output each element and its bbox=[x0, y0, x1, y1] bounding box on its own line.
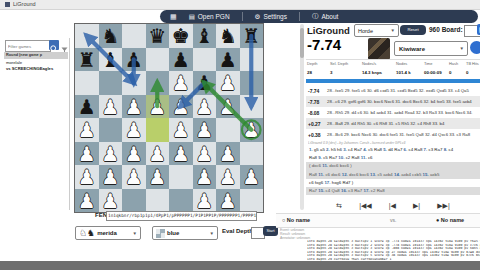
white-pawn[interactable]: ♟ bbox=[122, 142, 146, 166]
white-pawn[interactable]: ♟ bbox=[216, 165, 240, 189]
white-pawn[interactable]: ♟ bbox=[146, 95, 170, 119]
chess-board[interactable]: ♞♛♚♝♞♜♜♝♟♟♟♟♟♟♟♟♟♟♟♟♟♟♟♟♟♟♟♟♟♟♟♟♟♟♟♟♟♟♟♟… bbox=[74, 23, 264, 213]
pv-moves: 28...c6 29. gxf6 gxf6 30. bxc6 Nxc6 31. … bbox=[327, 99, 472, 104]
chevron-down-icon: ▼ bbox=[391, 28, 395, 33]
search-button[interactable] bbox=[49, 40, 59, 50]
stat-value: 00:00:09 bbox=[424, 70, 442, 75]
stat-header: Sel. Depth bbox=[330, 61, 348, 66]
board-square[interactable] bbox=[75, 24, 99, 48]
engine-avatar bbox=[368, 38, 390, 60]
settings-button[interactable]: ⚙ Settings bbox=[243, 10, 299, 23]
board-square[interactable] bbox=[240, 95, 264, 119]
main-toolbar: ▦ ▤ Open PGN ⚙ Settings ⓘ About bbox=[160, 10, 478, 23]
black-player-name: ● No name bbox=[436, 217, 464, 223]
stat-header: Time bbox=[424, 61, 433, 66]
board-square[interactable] bbox=[169, 165, 193, 189]
chevron-down-icon: ▼ bbox=[210, 231, 214, 236]
stat-value: 3 bbox=[330, 70, 332, 75]
chevron-down-icon: ▼ bbox=[133, 231, 137, 236]
white-pawn[interactable]: ♟ bbox=[216, 142, 240, 166]
engine-stats-table: DepthSel. DepthNodes/sNodesTimeHashTB Hi… bbox=[306, 59, 480, 79]
white-pawn[interactable]: ♟ bbox=[122, 95, 146, 119]
move-list-line[interactable]: 1. g5 a5 2. h5 h6 3. c4 Ra7 4. c5 Ra8 5.… bbox=[306, 146, 480, 154]
chevron-down-icon: ▼ bbox=[460, 46, 464, 51]
game-list-item[interactable]: vs SCREECHINGEagles bbox=[4, 66, 68, 72]
black-knight[interactable]: ♞ bbox=[216, 24, 240, 48]
open-pgn-button[interactable]: ▤ Open PGN bbox=[177, 10, 242, 23]
game-list-sidebar: Round (new game p morelale vs SCREECHING… bbox=[3, 38, 70, 210]
board-square[interactable] bbox=[75, 71, 99, 95]
pv-row[interactable]: -8.0828...Rh5 29. d4 c6 30. b4 axb4 31. … bbox=[306, 107, 480, 118]
stat-header: Hash bbox=[449, 61, 458, 66]
reset-button[interactable]: Reset bbox=[400, 25, 426, 35]
engine-settings-button[interactable] bbox=[470, 41, 480, 54]
theme-swatch-icon bbox=[156, 229, 165, 238]
board-square[interactable] bbox=[146, 48, 170, 72]
board-square[interactable] bbox=[240, 189, 264, 213]
board-square[interactable] bbox=[240, 71, 264, 95]
board-square[interactable] bbox=[146, 71, 170, 95]
white-pawn[interactable]: ♟ bbox=[99, 95, 123, 119]
brand-title: LiGround bbox=[307, 25, 350, 36]
pv-eval: -8.08 bbox=[306, 110, 327, 116]
white-pawn[interactable]: ♟ bbox=[193, 118, 217, 142]
app-icon bbox=[5, 2, 10, 7]
players-bar: ○ No name vs. ● No name bbox=[276, 213, 480, 228]
prev-move-button[interactable]: |◀ bbox=[389, 202, 396, 210]
menu-board-icon: ▦ bbox=[170, 13, 177, 21]
white-pawn[interactable]: ♟ bbox=[146, 142, 170, 166]
white-dot-icon: ○ bbox=[282, 217, 285, 223]
variant-select[interactable]: Horde ▼ bbox=[354, 24, 399, 37]
white-pawn[interactable]: ♟ bbox=[216, 71, 240, 95]
folder-icon: ▤ bbox=[189, 13, 195, 21]
pv-eval: +0.38 bbox=[306, 132, 327, 138]
white-pawn[interactable]: ♟ bbox=[99, 165, 123, 189]
stat-header: Depth bbox=[307, 61, 317, 66]
move-list-line[interactable]: Ra8 9. c5 Ra7 10. c2 Ra8 11. c6 bbox=[306, 154, 480, 162]
white-pawn[interactable]: ♟ bbox=[240, 165, 264, 189]
white-pawn[interactable]: ♟ bbox=[193, 142, 217, 166]
pv-row[interactable]: -7.7428...fxe5 29. fxe5 c6 30. d6 cxd5 3… bbox=[306, 85, 480, 96]
pv-eval: +0.27 bbox=[306, 121, 327, 127]
engine-select[interactable]: Kiwiware ▼ bbox=[394, 41, 468, 56]
lastmove-highlight-d4 bbox=[146, 118, 170, 142]
gear-icon: ⚙ bbox=[255, 13, 261, 21]
move-list-line[interactable]: ( dxc6 11. dxc6 bxc6 ) bbox=[306, 162, 480, 170]
black-dot-icon: ● bbox=[436, 217, 439, 223]
piece-set-icons: ♘♞ bbox=[79, 228, 95, 238]
about-button[interactable]: ⓘ About bbox=[300, 10, 351, 23]
credits-line: LiGround 0.9 (dev) - by Johannes Czech -… bbox=[308, 141, 478, 145]
engine-output-log[interactable]: info depth 28 seldepth 3 multipv 1 score… bbox=[307, 240, 480, 261]
move-navigation: ⇆|◀◀|◀▶|▶▶| bbox=[306, 199, 480, 212]
liground-window: LiGround ▦ ▤ Open PGN ⚙ Settings ⓘ About bbox=[0, 0, 480, 270]
white-pawn[interactable]: ♟ bbox=[240, 118, 264, 142]
board-square[interactable] bbox=[146, 189, 170, 213]
stat-header: Nodes bbox=[396, 61, 407, 66]
game-metadata: Event: unknownResult: unknownAnnotator: … bbox=[280, 228, 340, 241]
board-square[interactable] bbox=[99, 118, 123, 142]
white-pawn[interactable]: ♟ bbox=[122, 165, 146, 189]
board-square[interactable] bbox=[193, 48, 217, 72]
black-queen[interactable]: ♛ bbox=[146, 24, 170, 48]
black-pawn[interactable]: ♟ bbox=[216, 48, 240, 72]
pv-moves: 28...Bc6 29. bxc6 Nxc6 30. dxc6 fxe5 31.… bbox=[327, 132, 470, 137]
pv-eval: -7.74 bbox=[306, 88, 327, 94]
black-rook[interactable]: ♜ bbox=[75, 48, 99, 72]
white-pawn[interactable]: ♟ bbox=[169, 71, 193, 95]
pv-row[interactable]: +0.2728...Ba8 29. d4 Rh5 30. c6 Rh8 31. … bbox=[306, 118, 480, 129]
scrollbar-thumb[interactable] bbox=[300, 28, 304, 58]
stat-value: 0 bbox=[466, 70, 468, 75]
board-square[interactable] bbox=[99, 71, 123, 95]
black-pawn[interactable]: ♟ bbox=[122, 48, 146, 72]
board-square[interactable] bbox=[240, 142, 264, 166]
pv-moves: 28...fxe5 29. fxe5 c6 30. d6 cxd5 31. cx… bbox=[327, 88, 469, 93]
evaluation-score: -7.74 bbox=[307, 36, 341, 53]
white-pawn[interactable]: ♟ bbox=[193, 165, 217, 189]
panel-scrollbar[interactable] bbox=[300, 24, 304, 210]
black-pawn[interactable]: ♟ bbox=[75, 95, 99, 119]
piece-set-select[interactable]: ♘♞ merida ▼ bbox=[75, 226, 141, 240]
white-pawn[interactable]: ♟ bbox=[122, 118, 146, 142]
filter-games-input[interactable] bbox=[5, 40, 51, 52]
black-bishop[interactable]: ♝ bbox=[193, 24, 217, 48]
next-move-button[interactable]: ▶| bbox=[413, 202, 420, 210]
white-pawn[interactable]: ♟ bbox=[75, 165, 99, 189]
white-pawn[interactable]: ♟ bbox=[99, 142, 123, 166]
white-player-name: ○ No name bbox=[282, 217, 310, 223]
black-bishop[interactable]: ♝ bbox=[99, 48, 123, 72]
stat-value: 14.3 knps bbox=[362, 70, 382, 75]
move-list-line[interactable]: Ra7 15. c4 Qa8 16. c3 Ra7 17. c2 Ra8 bbox=[306, 187, 480, 195]
search-progress-bar bbox=[306, 79, 480, 83]
board-square[interactable] bbox=[122, 189, 146, 213]
board-square[interactable] bbox=[240, 48, 264, 72]
fen-input[interactable]: 1n1qkbnr/rbp1p1p1/4PpP1/pPPPPPP1/P1P1PP1… bbox=[106, 211, 257, 221]
white-pawn[interactable]: ♟ bbox=[169, 95, 193, 119]
board-square[interactable] bbox=[122, 24, 146, 48]
white-pawn[interactable]: ♟ bbox=[169, 142, 193, 166]
stat-value: 101.4 k bbox=[396, 70, 411, 75]
white-pawn[interactable]: ♟ bbox=[193, 95, 217, 119]
black-rook[interactable]: ♜ bbox=[240, 24, 264, 48]
pv-row[interactable]: -7.7828...c6 29. gxf6 gxf6 30. bxc6 Nxc6… bbox=[306, 96, 480, 107]
white-pawn[interactable]: ♟ bbox=[75, 118, 99, 142]
black-pawn[interactable]: ♟ bbox=[169, 48, 193, 72]
vs-label: vs. bbox=[390, 217, 396, 223]
white-pawn[interactable]: ♟ bbox=[216, 189, 240, 213]
black-knight[interactable]: ♞ bbox=[99, 24, 123, 48]
white-pawn[interactable]: ♟ bbox=[75, 142, 99, 166]
move-list-line[interactable]: c6 fxg6 17. hxg6 Rd7 ) bbox=[306, 179, 480, 187]
first-move-button[interactable]: |◀◀ bbox=[359, 202, 372, 210]
pv-eval: -7.78 bbox=[306, 99, 327, 105]
game-list-header[interactable]: Round (new game p bbox=[4, 52, 68, 59]
status-bar bbox=[0, 261, 480, 270]
pv-moves: 28...Rh5 29. d4 c6 30. b4 axb4 31. axb4 … bbox=[327, 110, 472, 115]
pv-row[interactable]: +0.3828...Bc6 29. bxc6 Nxc6 30. dxc6 fxe… bbox=[306, 129, 480, 140]
info-icon: ⓘ bbox=[312, 12, 319, 21]
stat-value: 0 bbox=[449, 70, 451, 75]
board960-label: 960 Board: bbox=[429, 26, 463, 33]
stat-value: 28 bbox=[307, 70, 312, 75]
move-list-line[interactable]: Ra8 11. c6 dxc6 12. dxc6 bxc6 13. c5 axb… bbox=[306, 171, 480, 179]
white-pawn[interactable]: ♟ bbox=[216, 95, 240, 119]
title-bar: LiGround bbox=[0, 0, 480, 10]
move-list: 1. g5 a5 2. h5 h6 3. c4 Ra7 4. c5 Ra8 5.… bbox=[306, 146, 480, 195]
last-move-button[interactable]: ▶▶| bbox=[437, 202, 450, 210]
flip-board-button[interactable]: ⇆ bbox=[336, 202, 342, 210]
stat-header: TB Hits bbox=[466, 61, 479, 66]
white-pawn[interactable]: ♟ bbox=[169, 118, 193, 142]
white-pawn[interactable]: ♟ bbox=[99, 189, 123, 213]
pv-moves: 28...Ba8 29. d4 Rh5 30. c6 Rh8 31. c5 Rh… bbox=[327, 121, 444, 126]
board-square[interactable] bbox=[122, 71, 146, 95]
board-theme-select[interactable]: blue ▼ bbox=[152, 226, 218, 240]
board-square[interactable] bbox=[216, 118, 240, 142]
black-king[interactable]: ♚ bbox=[169, 24, 193, 48]
white-pawn[interactable]: ♟ bbox=[193, 189, 217, 213]
stat-header: Nodes/s bbox=[362, 61, 376, 66]
white-pawn[interactable]: ♟ bbox=[75, 189, 99, 213]
window-title: LiGround bbox=[13, 1, 36, 7]
pv-lines: -7.7428...fxe5 29. fxe5 c6 30. d6 cxd5 3… bbox=[306, 85, 480, 140]
black-pawn[interactable]: ♟ bbox=[193, 71, 217, 95]
white-pawn[interactable]: ♟ bbox=[146, 165, 170, 189]
board-square[interactable] bbox=[169, 189, 193, 213]
